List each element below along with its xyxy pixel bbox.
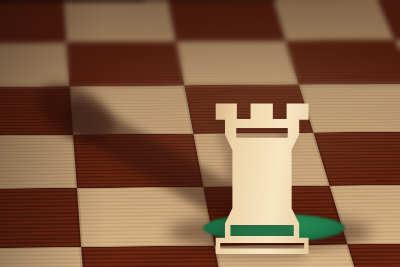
board-square: [0, 188, 81, 248]
board-square: [347, 243, 400, 267]
board-square: [0, 86, 73, 135]
white-rook[interactable]: ♜: [182, 78, 342, 240]
board-square: [0, 135, 77, 189]
board-square: [0, 2, 66, 43]
board-square: [66, 42, 184, 87]
chessboard-photo: ♜: [0, 0, 400, 267]
board-square: [64, 1, 177, 42]
board-square: [70, 85, 194, 134]
board-square: [0, 42, 70, 87]
board-square: [0, 247, 86, 267]
white-rook-glyph: ♜: [188, 80, 336, 267]
board-square: [168, 1, 285, 42]
board-square: [273, 0, 394, 41]
